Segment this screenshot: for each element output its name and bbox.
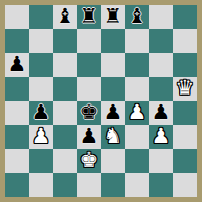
square-g5[interactable]	[149, 77, 173, 101]
square-c2[interactable]	[53, 149, 77, 173]
square-d7[interactable]	[77, 29, 101, 53]
square-e7[interactable]	[101, 29, 125, 53]
square-a7[interactable]	[5, 29, 29, 53]
square-d4[interactable]: ♚	[77, 101, 101, 125]
square-a2[interactable]	[5, 149, 29, 173]
square-g8[interactable]	[149, 5, 173, 29]
piece-white-king[interactable]: ♚	[80, 149, 99, 172]
square-c8[interactable]: ♝	[53, 5, 77, 29]
square-g2[interactable]	[149, 149, 173, 173]
square-f1[interactable]	[125, 173, 149, 197]
piece-black-pawn[interactable]: ♟	[104, 101, 123, 124]
square-c1[interactable]	[53, 173, 77, 197]
piece-black-pawn[interactable]: ♟	[8, 53, 27, 76]
square-h8[interactable]	[173, 5, 197, 29]
square-h7[interactable]	[173, 29, 197, 53]
square-f6[interactable]	[125, 53, 149, 77]
piece-black-rook[interactable]: ♜	[80, 5, 99, 28]
piece-black-bishop[interactable]: ♝	[128, 5, 147, 28]
square-e1[interactable]	[101, 173, 125, 197]
square-c5[interactable]	[53, 77, 77, 101]
square-b8[interactable]	[29, 5, 53, 29]
piece-white-knight[interactable]: ♞	[104, 125, 123, 148]
square-c4[interactable]	[53, 101, 77, 125]
square-d5[interactable]	[77, 77, 101, 101]
square-e3[interactable]: ♞	[101, 125, 125, 149]
square-d1[interactable]	[77, 173, 101, 197]
piece-black-king[interactable]: ♚	[80, 101, 99, 124]
square-g7[interactable]	[149, 29, 173, 53]
square-h3[interactable]	[173, 125, 197, 149]
square-g6[interactable]	[149, 53, 173, 77]
square-e4[interactable]: ♟	[101, 101, 125, 125]
square-c3[interactable]	[53, 125, 77, 149]
square-d2[interactable]: ♚	[77, 149, 101, 173]
square-h4[interactable]	[173, 101, 197, 125]
square-h1[interactable]	[173, 173, 197, 197]
square-f5[interactable]	[125, 77, 149, 101]
piece-black-pawn[interactable]: ♟	[152, 101, 171, 124]
square-d8[interactable]: ♜	[77, 5, 101, 29]
square-b6[interactable]	[29, 53, 53, 77]
piece-white-queen[interactable]: ♛	[176, 77, 195, 100]
square-c7[interactable]	[53, 29, 77, 53]
piece-white-pawn[interactable]: ♟	[128, 101, 147, 124]
square-e2[interactable]	[101, 149, 125, 173]
square-e8[interactable]: ♜	[101, 5, 125, 29]
square-h6[interactable]	[173, 53, 197, 77]
piece-black-bishop[interactable]: ♝	[56, 5, 75, 28]
square-b7[interactable]	[29, 29, 53, 53]
chess-board-frame: ♝♜♜♝♟♛♟♚♟♟♟♟♟♞♟♚	[0, 0, 202, 202]
square-a8[interactable]	[5, 5, 29, 29]
square-b2[interactable]	[29, 149, 53, 173]
square-h2[interactable]	[173, 149, 197, 173]
square-a6[interactable]: ♟	[5, 53, 29, 77]
square-b3[interactable]: ♟	[29, 125, 53, 149]
square-g1[interactable]	[149, 173, 173, 197]
piece-black-pawn[interactable]: ♟	[32, 101, 51, 124]
square-b5[interactable]	[29, 77, 53, 101]
square-a3[interactable]	[5, 125, 29, 149]
square-a5[interactable]	[5, 77, 29, 101]
square-b1[interactable]	[29, 173, 53, 197]
square-c6[interactable]	[53, 53, 77, 77]
square-h5[interactable]: ♛	[173, 77, 197, 101]
square-f8[interactable]: ♝	[125, 5, 149, 29]
chess-board: ♝♜♜♝♟♛♟♚♟♟♟♟♟♞♟♚	[5, 5, 197, 197]
square-f4[interactable]: ♟	[125, 101, 149, 125]
square-f7[interactable]	[125, 29, 149, 53]
square-g4[interactable]: ♟	[149, 101, 173, 125]
piece-black-pawn[interactable]: ♟	[80, 125, 99, 148]
square-e6[interactable]	[101, 53, 125, 77]
square-b4[interactable]: ♟	[29, 101, 53, 125]
square-d6[interactable]	[77, 53, 101, 77]
square-f2[interactable]	[125, 149, 149, 173]
square-g3[interactable]: ♟	[149, 125, 173, 149]
square-a4[interactable]	[5, 101, 29, 125]
square-d3[interactable]: ♟	[77, 125, 101, 149]
piece-white-pawn[interactable]: ♟	[152, 125, 171, 148]
piece-white-pawn[interactable]: ♟	[32, 125, 51, 148]
square-f3[interactable]	[125, 125, 149, 149]
square-a1[interactable]	[5, 173, 29, 197]
piece-black-rook[interactable]: ♜	[104, 5, 123, 28]
square-e5[interactable]	[101, 77, 125, 101]
